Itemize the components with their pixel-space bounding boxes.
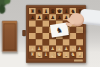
square-b1: ♞	[36, 52, 43, 58]
piece-black-pawn: ♟	[51, 15, 55, 19]
piece-white-pawn: ♟	[71, 46, 75, 50]
piece-black-pawn: ♟	[30, 15, 34, 19]
piece-white-pawn: ♟	[64, 46, 68, 50]
piece-white-pawn: ♟	[57, 46, 61, 50]
chess-pieces-box	[2, 21, 17, 52]
piece-white-queen: ♛	[50, 52, 55, 57]
piece-black-pawn: ♟	[57, 15, 61, 19]
piece-white-knight: ♞	[37, 52, 41, 57]
square-f1: ♝	[63, 52, 70, 58]
square-h1: ♜	[76, 52, 83, 58]
scene: ♜♞♝♛♚♝♞♜♟♟♟♟♟♟♟♟♟♟♟♟♟♟♟♟♜♞♝♛♚♝♞♜ ♞	[0, 0, 100, 67]
piece-black-bishop: ♝	[64, 8, 68, 13]
piece-black-bishop: ♝	[44, 8, 48, 13]
box-panel	[4, 24, 16, 50]
table-surface	[0, 52, 28, 67]
piece-white-pawn: ♟	[37, 46, 41, 50]
knight-icon: ♞	[56, 26, 64, 34]
square-e1: ♚	[56, 52, 63, 58]
piece-white-pawn: ♟	[51, 46, 55, 50]
piece-white-knight: ♞	[71, 52, 75, 57]
piece-white-bishop: ♝	[64, 52, 68, 57]
piece-white-pawn: ♟	[30, 46, 34, 50]
piece-white-rook: ♜	[77, 52, 81, 57]
piece-black-queen: ♛	[50, 8, 55, 13]
piece-black-pawn: ♟	[44, 15, 48, 19]
piece-white-pawn: ♟	[78, 46, 82, 50]
piece-white-king: ♚	[57, 52, 62, 58]
piece-black-rook: ♜	[30, 9, 34, 14]
piece-white-rook: ♜	[30, 52, 34, 57]
piece-white-pawn: ♟	[44, 46, 48, 50]
square-a1: ♜	[29, 52, 36, 58]
piece-black-pawn: ♟	[37, 15, 41, 19]
piece-black-king: ♚	[57, 8, 62, 14]
scene-photo: ♜♞♝♛♚♝♞♜♟♟♟♟♟♟♟♟♟♟♟♟♟♟♟♟♜♞♝♛♚♝♞♜ ♞	[0, 0, 100, 67]
square-g1: ♞	[70, 52, 77, 58]
board-maker-logo	[74, 60, 83, 62]
piece-white-bishop: ♝	[44, 52, 48, 57]
piece-black-knight: ♞	[37, 8, 41, 13]
square-c1: ♝	[43, 52, 50, 58]
square-d1: ♛	[49, 52, 56, 58]
